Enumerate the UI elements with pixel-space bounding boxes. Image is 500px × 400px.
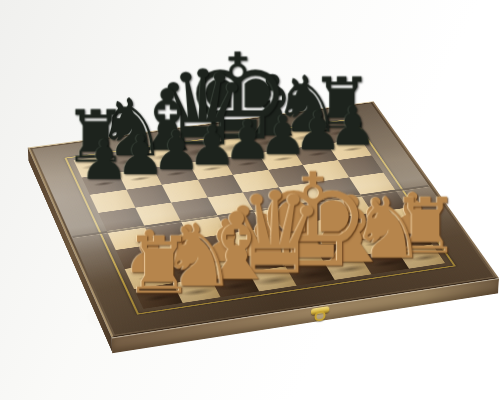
chess-board: ♜♞♝♛♚♝♞♜♟♟♟♟♟♟♟♟♟♟♟♟♟♟♟♟♜♞♝♛♚♝♞♜ — [28, 101, 499, 338]
piece-white-rook[interactable]: ♜ — [124, 226, 194, 304]
piece-layer: ♜♞♝♛♚♝♞♜♟♟♟♟♟♟♟♟♟♟♟♟♟♟♟♟♜♞♝♛♚♝♞♜ — [74, 123, 446, 309]
brass-clasp-ring — [315, 310, 326, 322]
scene: ♜♞♝♛♚♝♞♜♟♟♟♟♟♟♟♟♟♟♟♟♟♟♟♟♜♞♝♛♚♝♞♜ — [0, 0, 500, 400]
brass-clasp — [307, 305, 334, 321]
product-photo: ♜♞♝♛♚♝♞♜♟♟♟♟♟♟♟♟♟♟♟♟♟♟♟♟♜♞♝♛♚♝♞♜ — [0, 0, 500, 400]
piece-black-pawn[interactable]: ♟ — [79, 133, 128, 188]
